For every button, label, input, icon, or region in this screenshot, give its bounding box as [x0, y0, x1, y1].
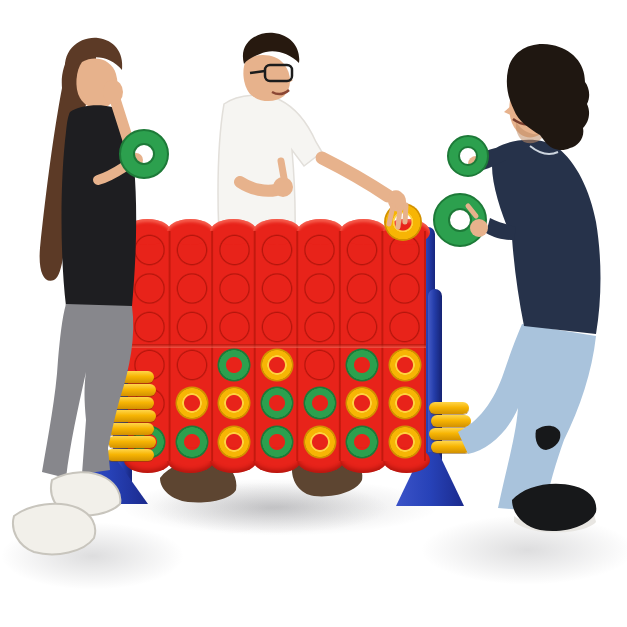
right-player-held-green-disc-upper — [454, 142, 483, 171]
player-right-figure — [0, 0, 627, 627]
right-player-jeans — [458, 324, 596, 512]
right-player-lower-hand — [470, 219, 488, 237]
photo-scene — [0, 0, 627, 627]
